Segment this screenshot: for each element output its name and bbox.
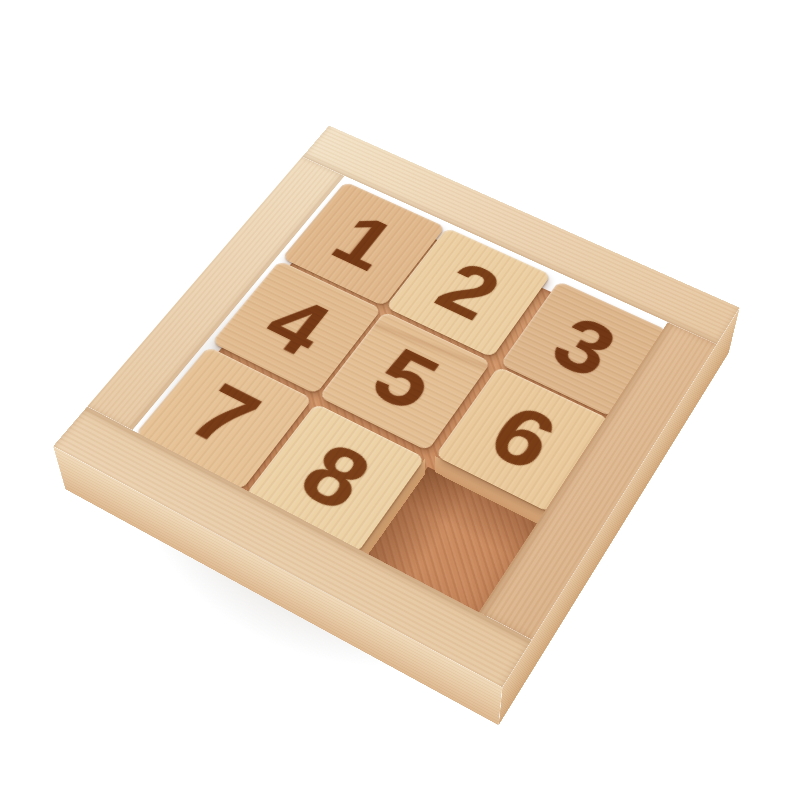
tile-5-label: 5 <box>359 337 452 424</box>
tile-7-label: 7 <box>175 372 273 462</box>
tile-2-label: 2 <box>424 251 513 332</box>
tile-6-side-face <box>435 456 550 529</box>
photo-scene: 1 2 3 4 5 6 7 8 <box>0 0 800 800</box>
tile-1-label: 1 <box>319 204 408 282</box>
board-shadow <box>0 145 775 800</box>
tile-6[interactable]: 6 <box>435 366 610 513</box>
tile-8-label: 8 <box>286 430 384 524</box>
tray-frame-west <box>87 157 344 430</box>
tile-3-label: 3 <box>540 306 629 391</box>
tile-6-label: 6 <box>476 393 569 484</box>
product-photo-canvas: 1 2 3 4 5 6 7 8 <box>0 0 800 800</box>
tile-5[interactable]: 5 <box>319 311 491 451</box>
puzzle-board: 1 2 3 4 5 6 7 8 <box>53 125 740 687</box>
tray-frame-north <box>302 125 740 344</box>
tray-outer-side-front-right <box>499 308 740 726</box>
tile-4-label: 4 <box>250 285 343 368</box>
